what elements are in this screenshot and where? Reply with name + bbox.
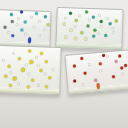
glass-dot (37, 85, 39, 87)
glass-dot (44, 29, 46, 31)
glass-dot (4, 75, 7, 78)
coaster-top-right (55, 7, 123, 50)
glass-dot (74, 25, 76, 27)
glass-dot (31, 79, 34, 82)
glass-dot (20, 28, 23, 31)
glass-dot (2, 59, 4, 61)
glass-dot (28, 50, 31, 53)
glass-dot (9, 84, 12, 87)
glass-dot (84, 72, 87, 75)
coaster-bottom-right (64, 49, 128, 95)
glass-dot (72, 65, 75, 68)
glass-dot (44, 15, 47, 18)
glass-dot (99, 14, 101, 16)
glass-dot (30, 16, 32, 18)
glass-dot (73, 79, 76, 82)
glass-dot (88, 19, 90, 21)
glass-dot (85, 10, 88, 13)
glass-dot (39, 35, 41, 37)
coaster-bottom-left (0, 45, 62, 95)
glass-dot (100, 20, 103, 23)
glass-dot (124, 64, 127, 67)
coaster-top-left (0, 9, 52, 48)
glass-dot (118, 54, 121, 57)
glass-dot (52, 69, 54, 71)
glass-dot (27, 85, 30, 88)
glass-dot (92, 16, 95, 19)
glass-dot (18, 57, 21, 60)
glass-dot (79, 15, 81, 17)
glass-dot (13, 52, 15, 54)
glass-dot (112, 75, 115, 78)
glass-dot (74, 37, 77, 40)
glass-dot (45, 85, 48, 88)
glass-dot (63, 23, 66, 26)
glass-dot (21, 68, 25, 72)
glass-dot (16, 24, 18, 26)
glass-dot (17, 18, 19, 20)
glass-dot (96, 83, 100, 89)
glass-edge (56, 42, 121, 49)
glass-dot (28, 73, 30, 75)
glass-dot (64, 17, 66, 19)
glass-dot (114, 60, 117, 63)
glass-dot (98, 32, 100, 34)
glass-dot (84, 37, 87, 40)
glass-dot (44, 73, 46, 75)
glass-dot (102, 54, 105, 57)
glass-dot (38, 21, 40, 23)
glass-dot (3, 26, 6, 29)
glass-dot (20, 11, 23, 14)
glass-dot (99, 63, 102, 66)
glass-dot (70, 29, 73, 32)
glass-dot (25, 33, 27, 35)
glass-dot (39, 69, 42, 72)
glass-dot (122, 73, 124, 75)
glass-dot (106, 18, 108, 20)
glass-dot (25, 64, 27, 66)
glass-dot (113, 32, 115, 34)
glass-dot (80, 57, 83, 60)
glass-dot (109, 22, 112, 25)
glass-dot (45, 60, 48, 63)
glass-dot (24, 20, 27, 23)
glass-dot (37, 64, 39, 66)
glass-dot (106, 55, 108, 57)
glass-dot (82, 84, 84, 86)
glass-dot (7, 65, 10, 68)
glass-dot (94, 78, 97, 81)
photo-canvas (0, 0, 128, 128)
glass-dot (92, 35, 95, 38)
glass-dot (35, 12, 38, 15)
glass-dot (112, 28, 114, 30)
glass-dot (46, 23, 49, 26)
glass-dot (40, 52, 43, 55)
glass-dot (69, 12, 72, 15)
glass-dot (18, 82, 20, 84)
glass-dot (48, 76, 51, 79)
glass-dot (11, 20, 14, 23)
glass-dot (120, 67, 123, 70)
glass-dot (8, 32, 10, 34)
glass-dot (36, 56, 38, 58)
glass-dot (80, 31, 83, 34)
glass-dot (33, 26, 35, 28)
glass-dot (104, 34, 107, 37)
glass-dot (11, 34, 14, 37)
glass-dot (75, 19, 78, 22)
glass-dot (100, 26, 102, 28)
glass-dot (29, 60, 33, 64)
glass-dot (10, 13, 13, 16)
glass-dot (64, 35, 67, 38)
glass-dot (100, 70, 102, 72)
glass-dot (93, 29, 96, 32)
glass-dot (10, 72, 12, 74)
glass-dot (87, 25, 90, 28)
glass-dot (88, 63, 90, 65)
glass-dot (115, 19, 118, 22)
glass-dot (13, 77, 17, 81)
